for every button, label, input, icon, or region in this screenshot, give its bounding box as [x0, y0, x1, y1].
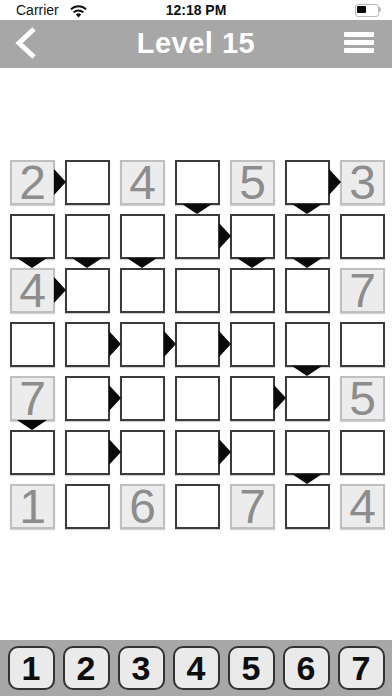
keypad-button-1[interactable]: 1 [8, 646, 55, 690]
inequality-arrow-right-r5c2 [109, 385, 121, 411]
inequality-arrow-down-r2c1 [17, 258, 47, 268]
cell-r7c7-given: 4 [340, 484, 385, 529]
inequality-arrow-down-r2c6 [292, 258, 322, 268]
cell-r5c7-given: 5 [340, 376, 385, 421]
keypad-button-2[interactable]: 2 [63, 646, 110, 690]
cell-r3c1-given: 4 [10, 268, 55, 313]
inequality-arrow-down-r4c6 [292, 366, 322, 376]
keypad-button-7[interactable]: 7 [338, 646, 385, 690]
cell-r4c5-empty[interactable] [230, 322, 275, 367]
inequality-arrow-right-r3c1 [54, 277, 66, 303]
cell-r5c6-empty[interactable] [285, 376, 330, 421]
status-bar: Carrier 12:18 PM [0, 0, 392, 20]
cell-r1c2-empty[interactable] [65, 160, 110, 205]
puzzle-board: 245347751674 [10, 160, 385, 529]
inequality-arrow-down-r2c3 [127, 258, 157, 268]
inequality-arrow-down-r1c4 [182, 204, 212, 214]
keypad-button-6[interactable]: 6 [283, 646, 330, 690]
cell-r1c5-given: 5 [230, 160, 275, 205]
inequality-arrow-right-r6c2 [109, 439, 121, 465]
page-title: Level 15 [0, 27, 392, 60]
cell-r1c6-empty[interactable] [285, 160, 330, 205]
cell-r7c6-empty[interactable] [285, 484, 330, 529]
cell-r5c2-empty[interactable] [65, 376, 110, 421]
inequality-arrow-right-r4c3 [164, 331, 176, 357]
inequality-arrow-down-r6c6 [292, 474, 322, 484]
cell-r4c2-empty[interactable] [65, 322, 110, 367]
cell-r3c6-empty[interactable] [285, 268, 330, 313]
cell-r4c1-empty[interactable] [10, 322, 55, 367]
cell-r7c1-given: 1 [10, 484, 55, 529]
cell-r4c6-empty[interactable] [285, 322, 330, 367]
hamburger-bar [344, 48, 374, 53]
cell-r7c2-empty[interactable] [65, 484, 110, 529]
cell-r3c7-given: 7 [340, 268, 385, 313]
inequality-arrow-right-r1c6 [329, 169, 341, 195]
cell-r2c7-empty[interactable] [340, 214, 385, 259]
cell-r2c1-empty[interactable] [10, 214, 55, 259]
inequality-arrow-down-r5c1 [17, 420, 47, 430]
inequality-arrow-right-r6c4 [219, 439, 231, 465]
navigation-bar: Level 15 [0, 20, 392, 68]
inequality-arrow-right-r4c2 [109, 331, 121, 357]
keypad-button-4[interactable]: 4 [173, 646, 220, 690]
cell-r3c3-empty[interactable] [120, 268, 165, 313]
cell-r4c4-empty[interactable] [175, 322, 220, 367]
inequality-arrow-down-r1c6 [292, 204, 322, 214]
cell-r5c5-empty[interactable] [230, 376, 275, 421]
cell-r3c4-empty[interactable] [175, 268, 220, 313]
keypad-button-5[interactable]: 5 [228, 646, 275, 690]
hamburger-bar [344, 32, 374, 37]
cell-r3c5-empty[interactable] [230, 268, 275, 313]
inequality-arrow-right-r4c4 [219, 331, 231, 357]
cell-r7c4-empty[interactable] [175, 484, 220, 529]
cell-r5c3-empty[interactable] [120, 376, 165, 421]
clock-time: 12:18 PM [0, 2, 392, 18]
cell-r5c4-empty[interactable] [175, 376, 220, 421]
hamburger-menu-button[interactable] [344, 31, 376, 57]
cell-r7c3-given: 6 [120, 484, 165, 529]
cell-r3c2-empty[interactable] [65, 268, 110, 313]
cell-r2c3-empty[interactable] [120, 214, 165, 259]
inequality-arrow-right-r1c1 [54, 169, 66, 195]
cell-r2c2-empty[interactable] [65, 214, 110, 259]
cell-r6c7-empty[interactable] [340, 430, 385, 475]
cell-r2c4-empty[interactable] [175, 214, 220, 259]
cell-r1c1-given: 2 [10, 160, 55, 205]
cell-r4c7-empty[interactable] [340, 322, 385, 367]
number-keypad: 1234567 [0, 640, 392, 696]
cell-r1c7-given: 3 [340, 160, 385, 205]
cell-r1c4-empty[interactable] [175, 160, 220, 205]
cell-r4c3-empty[interactable] [120, 322, 165, 367]
cell-r6c4-empty[interactable] [175, 430, 220, 475]
keypad-button-3[interactable]: 3 [118, 646, 165, 690]
cell-r2c6-empty[interactable] [285, 214, 330, 259]
hamburger-bar [344, 40, 374, 45]
inequality-arrow-right-r5c5 [274, 385, 286, 411]
battery-icon [355, 4, 382, 16]
inequality-arrow-down-r2c5 [237, 258, 267, 268]
cell-r7c5-given: 7 [230, 484, 275, 529]
inequality-arrow-right-r2c4 [219, 223, 231, 249]
cell-r6c2-empty[interactable] [65, 430, 110, 475]
cell-r1c3-given: 4 [120, 160, 165, 205]
inequality-arrow-down-r2c2 [72, 258, 102, 268]
cell-r6c3-empty[interactable] [120, 430, 165, 475]
cell-r6c5-empty[interactable] [230, 430, 275, 475]
cell-r6c6-empty[interactable] [285, 430, 330, 475]
cell-r2c5-empty[interactable] [230, 214, 275, 259]
cell-r6c1-empty[interactable] [10, 430, 55, 475]
cell-r5c1-given: 7 [10, 376, 55, 421]
